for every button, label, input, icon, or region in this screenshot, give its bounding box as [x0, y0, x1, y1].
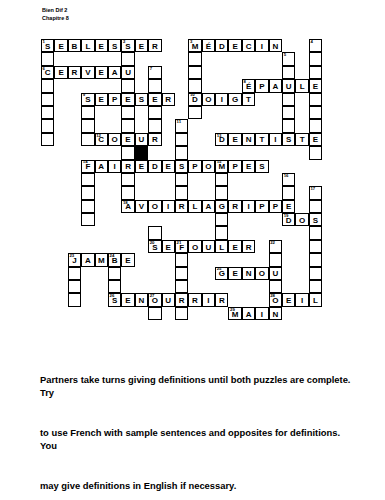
crossword-cell[interactable]: E [309, 79, 322, 92]
crossword-cell[interactable]: E [282, 200, 295, 213]
crossword-cell[interactable]: I [269, 133, 282, 146]
cell-letter: S [139, 96, 144, 104]
cell-letter: R [152, 42, 158, 50]
crossword-cell[interactable] [148, 106, 161, 119]
crossword-cell[interactable] [215, 213, 228, 226]
crossword-cell[interactable]: 24B [108, 253, 121, 266]
cell-letter: I [261, 42, 263, 50]
crossword-cell[interactable]: G [215, 200, 228, 213]
crossword-cell[interactable] [175, 186, 188, 199]
crossword-cell[interactable] [108, 280, 121, 293]
crossword-cell[interactable]: L [81, 39, 94, 52]
cell-letter: I [221, 96, 223, 104]
crossword-cell[interactable]: S [255, 160, 268, 173]
crossword-cell[interactable] [282, 119, 295, 132]
crossword-cell[interactable]: A [95, 160, 108, 173]
crossword-cell[interactable] [309, 93, 322, 106]
crossword-cell[interactable] [81, 213, 94, 226]
crossword-cell[interactable]: 19D [282, 213, 295, 226]
cell-letter: E [286, 203, 291, 211]
crossword-cell[interactable]: R [148, 133, 161, 146]
crossword-cell[interactable] [148, 79, 161, 92]
crossword-cell[interactable]: E [95, 39, 108, 52]
cell-letter: L [193, 203, 198, 211]
crossword-cell[interactable]: O [108, 133, 121, 146]
crossword-cell[interactable] [188, 79, 201, 92]
cell-letter: J [72, 256, 76, 264]
cell-letter: G [219, 270, 225, 278]
crossword-cell[interactable]: R [162, 93, 175, 106]
crossword-cell[interactable]: E [121, 93, 134, 106]
crossword-cell[interactable]: E [162, 240, 175, 253]
crossword-cell[interactable]: D [148, 160, 161, 173]
cell-letter: E [99, 42, 104, 50]
crossword-cell[interactable]: 20S [148, 240, 161, 253]
cell-letter: G [232, 96, 238, 104]
header-line-1: Bien Dif 2 [42, 7, 69, 15]
crossword-cell[interactable]: 14F [81, 160, 94, 173]
crossword-cell[interactable]: E [309, 133, 322, 146]
crossword-cell[interactable]: 13D [215, 133, 228, 146]
crossword-cell[interactable]: V [135, 200, 148, 213]
crossword-cell[interactable]: I [162, 200, 175, 213]
cell-letter: C [246, 42, 252, 50]
cell-letter: E [125, 256, 130, 264]
cell-letter: E [166, 163, 171, 171]
cell-letter: A [98, 163, 104, 171]
cell-letter: E [99, 96, 104, 104]
cell-letter: I [274, 136, 276, 144]
cell-letter: I [167, 203, 169, 211]
crossword-cell[interactable]: 9S [81, 93, 94, 106]
crossword-cell[interactable]: E [242, 160, 255, 173]
crossword-cell[interactable]: 3M [188, 39, 201, 52]
crossword-cell[interactable] [148, 307, 161, 320]
crossword-cell[interactable]: A [81, 253, 94, 266]
cell-letter: S [286, 136, 291, 144]
worksheet-header: Bien Dif 2 Chapitre 8 [42, 7, 69, 23]
crossword-cell[interactable] [309, 106, 322, 119]
crossword-cell[interactable] [269, 253, 282, 266]
crossword-cell[interactable] [309, 66, 322, 79]
crossword-cell[interactable]: 17 [309, 186, 322, 199]
crossword-cell[interactable]: E [228, 240, 241, 253]
clue-number: 17 [310, 187, 315, 191]
cell-letter: O [112, 136, 118, 144]
crossword-cell[interactable]: P [188, 160, 201, 173]
crossword-cell[interactable]: R [175, 200, 188, 213]
cell-letter: E [313, 82, 318, 90]
crossword-cell[interactable] [309, 52, 322, 65]
cell-letter: E [232, 270, 237, 278]
crossword-cell[interactable]: L [188, 200, 201, 213]
cell-letter: I [261, 310, 263, 318]
cell-letter: P [259, 203, 264, 211]
crossword-cell[interactable]: L [215, 240, 228, 253]
crossword-cell[interactable]: E [228, 133, 241, 146]
crossword-cell[interactable]: E [135, 39, 148, 52]
crossword-cell[interactable]: 8É [242, 79, 255, 92]
crossword-cell[interactable]: I [255, 307, 268, 320]
cell-letter: A [205, 203, 211, 211]
crossword-cell[interactable] [121, 52, 134, 65]
crossword-cell[interactable]: E [121, 133, 134, 146]
crossword-cell[interactable] [175, 146, 188, 159]
crossword-cell[interactable]: A [269, 79, 282, 92]
crossword-cell[interactable]: O [295, 213, 308, 226]
crossword-cell[interactable]: B [68, 39, 81, 52]
crossword-cell[interactable] [282, 106, 295, 119]
cell-letter: E [125, 136, 130, 144]
cell-letter: S [259, 163, 264, 171]
crossword-cell[interactable] [282, 93, 295, 106]
cell-letter: S [85, 96, 90, 104]
crossword-cell[interactable]: R [121, 160, 134, 173]
crossword-cell[interactable]: S [175, 160, 188, 173]
cell-letter: E [58, 69, 63, 77]
cell-letter: E [232, 243, 237, 251]
instructions-line-3: may give definitions in English if neces… [40, 479, 354, 492]
crossword-cell[interactable]: D [215, 39, 228, 52]
crossword-cell[interactable]: E [95, 93, 108, 106]
crossword-cell[interactable]: O [188, 240, 201, 253]
crossword-cell[interactable] [41, 93, 54, 106]
crossword-cell[interactable]: E [54, 66, 67, 79]
crossword-cell[interactable] [175, 280, 188, 293]
crossword-cell[interactable]: O [202, 160, 215, 173]
cell-letter: P [273, 203, 278, 211]
crossword-cell[interactable]: E [148, 93, 161, 106]
crossword-cell[interactable]: M [95, 253, 108, 266]
crossword-cell[interactable] [81, 133, 94, 146]
cell-letter: L [300, 82, 305, 90]
crossword-cell[interactable]: U [202, 240, 215, 253]
cell-letter: T [246, 96, 251, 104]
crossword-cell[interactable]: N [269, 307, 282, 320]
crossword-cell[interactable]: V [81, 66, 94, 79]
crossword-cell[interactable]: 16 [282, 173, 295, 186]
crossword-cell[interactable] [175, 173, 188, 186]
crossword-cell[interactable] [309, 119, 322, 132]
crossword-cell[interactable]: I [242, 200, 255, 213]
instructions-line-1: Partners take turns giving definitions u… [40, 373, 354, 399]
crossword-cell[interactable] [108, 267, 121, 280]
crossword-cell[interactable] [121, 146, 134, 159]
crossword-cell[interactable]: E [121, 293, 134, 306]
cell-letter: N [139, 297, 145, 305]
cell-letter: M [98, 256, 105, 264]
cell-letter: A [272, 82, 278, 90]
crossword-cell[interactable] [309, 280, 322, 293]
crossword-cell[interactable]: A [202, 200, 215, 213]
crossword-cell[interactable]: E [135, 160, 148, 173]
crossword-cell[interactable]: E [95, 66, 108, 79]
crossword-cell[interactable]: U [121, 66, 134, 79]
crossword-cell[interactable]: E [121, 253, 134, 266]
black-cell [135, 146, 148, 159]
crossword-cell[interactable] [309, 267, 322, 280]
crossword-cell[interactable]: R [68, 66, 81, 79]
cell-letter: S [112, 297, 117, 305]
cell-letter: R [72, 69, 78, 77]
crossword-cell[interactable] [81, 200, 94, 213]
crossword-cell[interactable]: N [242, 133, 255, 146]
crossword-cell[interactable]: P [255, 79, 268, 92]
cell-letter: V [85, 69, 90, 77]
crossword-cell[interactable] [175, 253, 188, 266]
cell-letter: O [152, 203, 158, 211]
cell-letter: B [112, 256, 118, 264]
crossword-cell[interactable]: R [148, 39, 161, 52]
cell-letter: E [99, 69, 104, 77]
crossword-cell[interactable] [188, 66, 201, 79]
cell-letter: S [179, 163, 184, 171]
cell-letter: R [232, 203, 238, 211]
cell-letter: R [246, 243, 252, 251]
crossword-cell[interactable]: S [135, 93, 148, 106]
crossword-cell[interactable]: O [255, 267, 268, 280]
cell-letter: D [152, 163, 158, 171]
crossword-cell[interactable]: S [309, 213, 322, 226]
crossword-cell[interactable] [309, 253, 322, 266]
cell-letter: E [58, 42, 63, 50]
crossword-cell[interactable] [81, 186, 94, 199]
crossword-cell[interactable]: U [269, 267, 282, 280]
crossword-cell[interactable]: L [295, 79, 308, 92]
cell-letter: C [45, 69, 51, 77]
cell-letter: D [192, 96, 198, 104]
crossword-cell[interactable] [309, 226, 322, 239]
cell-letter: N [246, 270, 252, 278]
crossword-cell[interactable] [41, 79, 54, 92]
crossword-cell[interactable]: I [215, 93, 228, 106]
crossword-cell[interactable]: S [108, 39, 121, 52]
crossword-cell[interactable] [269, 280, 282, 293]
cell-letter: R [125, 163, 131, 171]
crossword-cell[interactable] [282, 66, 295, 79]
cell-letter: T [300, 136, 305, 144]
cell-letter: E [139, 163, 144, 171]
cell-letter: E [166, 243, 171, 251]
crossword-cell[interactable]: P [108, 93, 121, 106]
crossword-cell[interactable] [68, 280, 81, 293]
crossword-cell[interactable]: U [162, 293, 175, 306]
cell-letter: P [232, 163, 237, 171]
crossword-cell[interactable]: I [202, 293, 215, 306]
crossword-cell[interactable] [68, 267, 81, 280]
crossword-cell[interactable]: L [309, 293, 322, 306]
cell-letter: A [125, 203, 131, 211]
cell-letter: R [165, 96, 171, 104]
crossword-cell[interactable]: P [255, 200, 268, 213]
crossword-cell[interactable] [175, 267, 188, 280]
cell-letter: O [205, 96, 211, 104]
crossword-cell[interactable] [81, 173, 94, 186]
crossword-cell[interactable]: 11 [175, 119, 188, 132]
crossword-cell[interactable]: 1S [41, 39, 54, 52]
cell-letter: D [219, 136, 225, 144]
crossword-cell[interactable]: 22 [269, 240, 282, 253]
crossword-cell[interactable]: 18A [121, 200, 134, 213]
clue-number: 4 [310, 40, 312, 44]
cell-letter: M [218, 163, 225, 171]
crossword-cell[interactable]: T [255, 133, 268, 146]
cell-letter: G [219, 203, 225, 211]
crossword-cell[interactable]: C [242, 39, 255, 52]
crossword-cell[interactable]: O [148, 200, 161, 213]
crossword-cell[interactable]: A [242, 307, 255, 320]
cell-letter: P [192, 163, 197, 171]
crossword-cell[interactable]: N [269, 39, 282, 52]
crossword-cell[interactable]: 26S [108, 293, 121, 306]
crossword-cell[interactable]: P [269, 200, 282, 213]
cell-letter: U [272, 270, 278, 278]
cell-letter: S [45, 42, 50, 50]
crossword-cell[interactable]: O [202, 93, 215, 106]
crossword-cell[interactable] [68, 293, 81, 306]
crossword-cell[interactable]: 23J [68, 253, 81, 266]
crossword-cell[interactable] [81, 106, 94, 119]
crossword-cell[interactable] [41, 133, 54, 146]
crossword-cell[interactable] [309, 200, 322, 213]
cell-letter: E [246, 163, 251, 171]
crossword-cell[interactable]: 25G [215, 267, 228, 280]
cell-letter: D [286, 216, 292, 224]
cell-letter: R [179, 203, 185, 211]
crossword-grid: 1SEBLES2SER3MÉDECIN456CERVEAU78ÉPAULE9SE… [41, 39, 322, 320]
crossword-cell[interactable]: 21F [175, 240, 188, 253]
cell-letter: E [286, 297, 291, 305]
crossword-cell[interactable] [41, 106, 54, 119]
crossword-cell[interactable]: T [295, 133, 308, 146]
crossword-cell[interactable]: 2S [121, 39, 134, 52]
crossword-cell[interactable] [188, 52, 201, 65]
clue-number: 7 [150, 67, 152, 71]
cell-letter: A [112, 69, 118, 77]
crossword-cell[interactable]: 27O [148, 293, 161, 306]
crossword-cell[interactable] [41, 119, 54, 132]
crossword-cell[interactable] [121, 119, 134, 132]
crossword-cell[interactable]: 12C [95, 133, 108, 146]
crossword-cell[interactable]: R [188, 293, 201, 306]
cell-letter: E [125, 96, 130, 104]
cell-letter: P [112, 96, 117, 104]
crossword-cell[interactable] [41, 52, 54, 65]
crossword-cell[interactable]: R [228, 200, 241, 213]
crossword-cell[interactable]: E [162, 160, 175, 173]
crossword-cell[interactable]: E [282, 293, 295, 306]
crossword-cell[interactable] [81, 119, 94, 132]
crossword-cell[interactable]: 10D [188, 93, 201, 106]
cell-letter: V [139, 203, 144, 211]
crossword-cell[interactable]: É [202, 39, 215, 52]
crossword-cell[interactable] [215, 226, 228, 239]
cell-letter: I [247, 203, 249, 211]
cell-letter: I [114, 163, 116, 171]
crossword-cell[interactable] [215, 186, 228, 199]
crossword-cell[interactable]: P [228, 160, 241, 173]
crossword-cell[interactable]: N [242, 267, 255, 280]
cell-letter: R [179, 297, 185, 305]
cell-letter: E [232, 42, 237, 50]
crossword-cell[interactable]: 5 [282, 52, 295, 65]
crossword-cell[interactable]: G [228, 93, 241, 106]
crossword-cell[interactable] [309, 146, 322, 159]
cell-letter: É [246, 82, 251, 90]
cell-letter: U [165, 297, 171, 305]
cell-letter: L [219, 243, 224, 251]
cell-letter: C [98, 136, 104, 144]
crossword-cell[interactable]: S [282, 133, 295, 146]
crossword-cell[interactable]: 7 [148, 66, 161, 79]
cell-letter: U [205, 243, 211, 251]
cell-letter: N [272, 310, 278, 318]
crossword-cell[interactable] [188, 106, 201, 119]
crossword-cell[interactable] [309, 240, 322, 253]
cell-letter: U [125, 69, 131, 77]
cell-letter: S [112, 42, 117, 50]
clue-number: 22 [270, 241, 275, 245]
crossword-cell[interactable] [148, 119, 161, 132]
crossword-cell[interactable] [215, 173, 228, 186]
crossword-cell[interactable]: 6C [41, 66, 54, 79]
crossword-cell[interactable]: R [175, 293, 188, 306]
crossword-cell[interactable] [175, 133, 188, 146]
cell-letter: F [85, 163, 90, 171]
crossword-cell[interactable] [121, 173, 134, 186]
crossword-cell[interactable]: I [295, 293, 308, 306]
crossword-cell[interactable]: U [282, 79, 295, 92]
cell-letter: U [139, 136, 145, 144]
crossword-cell[interactable]: R [242, 240, 255, 253]
crossword-cell[interactable] [121, 186, 134, 199]
crossword-cell[interactable] [148, 226, 161, 239]
crossword-cell[interactable]: U [135, 133, 148, 146]
crossword-cell[interactable]: 29M [228, 307, 241, 320]
crossword-cell[interactable] [121, 79, 134, 92]
crossword-cell[interactable]: I [108, 160, 121, 173]
cell-letter: A [246, 310, 252, 318]
cell-letter: O [205, 163, 211, 171]
crossword-cell[interactable]: T [242, 93, 255, 106]
cell-letter: E [152, 96, 157, 104]
cell-letter: B [72, 42, 78, 50]
cell-letter: L [85, 42, 90, 50]
crossword-cell[interactable]: R [215, 293, 228, 306]
crossword-cell[interactable]: N [135, 293, 148, 306]
crossword-cell[interactable]: I [255, 39, 268, 52]
crossword-cell[interactable] [175, 307, 188, 320]
crossword-cell[interactable]: 28O [269, 293, 282, 306]
crossword-cell[interactable]: 15M [215, 160, 228, 173]
crossword-cell[interactable] [282, 186, 295, 199]
crossword-cell[interactable]: E [228, 39, 241, 52]
instructions-line-2: to use French with sample sentences and … [40, 426, 354, 452]
cell-letter: D [219, 42, 225, 50]
crossword-cell[interactable]: E [228, 267, 241, 280]
crossword-cell[interactable]: E [54, 39, 67, 52]
cell-letter: I [207, 297, 209, 305]
cell-letter: S [152, 243, 157, 251]
cell-letter: O [272, 297, 278, 305]
cell-letter: I [301, 297, 303, 305]
crossword-cell[interactable]: 4 [309, 39, 322, 52]
cell-letter: F [179, 243, 184, 251]
cell-letter: M [232, 310, 239, 318]
crossword-cell[interactable]: A [108, 66, 121, 79]
crossword-cell[interactable] [121, 106, 134, 119]
cell-letter: A [85, 256, 91, 264]
